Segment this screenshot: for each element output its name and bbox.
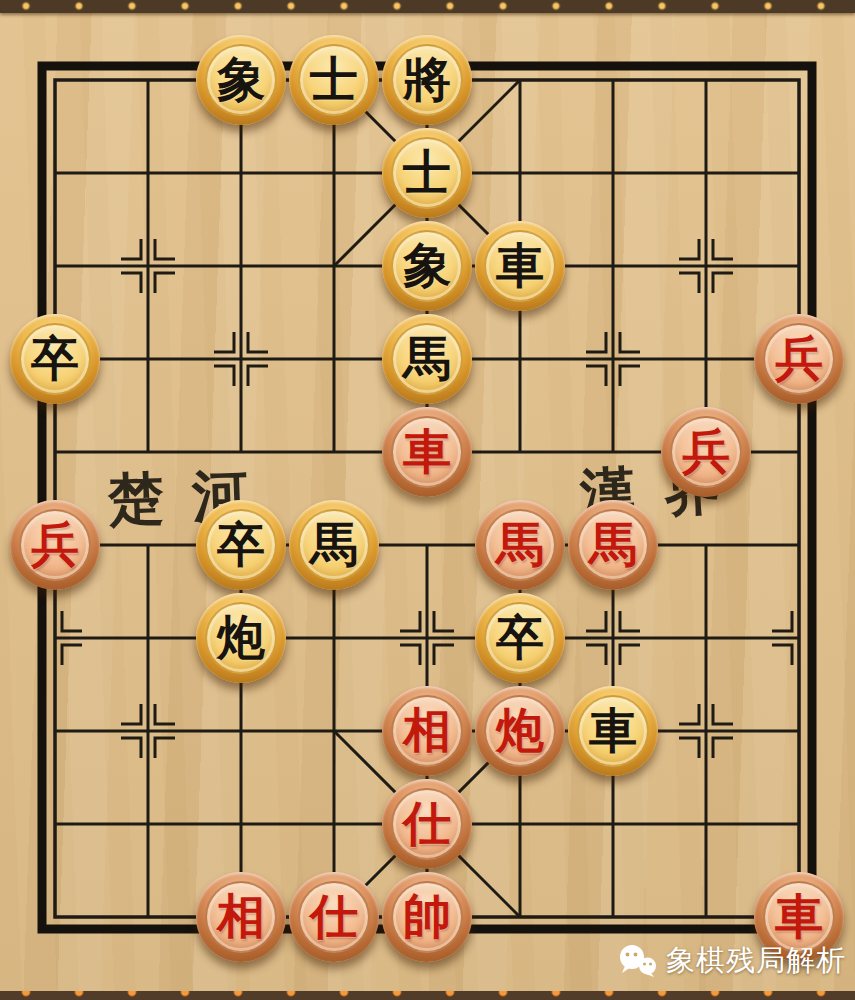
piece-face: 卒 <box>19 323 91 395</box>
piece-glyph: 士 <box>310 55 358 103</box>
piece-face: 象 <box>391 230 463 302</box>
bottom-border-strip <box>0 991 855 1000</box>
piece-glyph: 仕 <box>403 799 451 847</box>
piece-red-pawn[interactable]: 兵 <box>661 407 751 497</box>
piece-face: 士 <box>391 137 463 209</box>
piece-face: 卒 <box>484 602 556 674</box>
piece-glyph: 馬 <box>310 520 358 568</box>
piece-glyph: 馬 <box>589 520 637 568</box>
piece-glyph: 相 <box>217 892 265 940</box>
piece-face: 馬 <box>391 323 463 395</box>
piece-red-advisor[interactable]: 仕 <box>382 779 472 869</box>
piece-red-cannon[interactable]: 炮 <box>475 686 565 776</box>
piece-face: 車 <box>391 416 463 488</box>
piece-face: 帥 <box>391 881 463 953</box>
piece-black-advisor[interactable]: 士 <box>382 128 472 218</box>
piece-glyph: 兵 <box>682 427 730 475</box>
piece-black-pawn[interactable]: 卒 <box>10 314 100 404</box>
piece-glyph: 車 <box>589 706 637 754</box>
piece-glyph: 相 <box>403 706 451 754</box>
piece-black-chariot[interactable]: 車 <box>568 686 658 776</box>
piece-black-advisor[interactable]: 士 <box>289 35 379 125</box>
pieces-layer: 象士將士象車卒馬兵車兵兵卒馬馬馬炮卒相炮車仕相仕帥車 <box>0 0 855 1000</box>
piece-glyph: 馬 <box>496 520 544 568</box>
piece-glyph: 炮 <box>496 706 544 754</box>
piece-face: 象 <box>205 44 277 116</box>
piece-glyph: 兵 <box>31 520 79 568</box>
piece-red-chariot[interactable]: 車 <box>382 407 472 497</box>
piece-red-elephant[interactable]: 相 <box>196 872 286 962</box>
piece-face: 車 <box>484 230 556 302</box>
piece-black-chariot[interactable]: 車 <box>475 221 565 311</box>
piece-face: 相 <box>391 695 463 767</box>
piece-black-pawn[interactable]: 卒 <box>196 500 286 590</box>
piece-black-pawn[interactable]: 卒 <box>475 593 565 683</box>
piece-red-advisor[interactable]: 仕 <box>289 872 379 962</box>
piece-face: 將 <box>391 44 463 116</box>
wechat-icon <box>618 944 658 978</box>
piece-red-elephant[interactable]: 相 <box>382 686 472 776</box>
piece-glyph: 仕 <box>310 892 358 940</box>
piece-glyph: 兵 <box>775 334 823 382</box>
piece-red-general[interactable]: 帥 <box>382 872 472 962</box>
watermark-text: 象棋残局解析 <box>666 941 846 981</box>
piece-glyph: 馬 <box>403 334 451 382</box>
piece-face: 炮 <box>205 602 277 674</box>
piece-glyph: 帥 <box>403 892 451 940</box>
piece-glyph: 卒 <box>31 334 79 382</box>
piece-red-horse[interactable]: 馬 <box>568 500 658 590</box>
piece-glyph: 將 <box>403 55 451 103</box>
piece-glyph: 炮 <box>217 613 265 661</box>
piece-black-elephant[interactable]: 象 <box>382 221 472 311</box>
piece-face: 馬 <box>484 509 556 581</box>
piece-glyph: 車 <box>775 892 823 940</box>
piece-face: 馬 <box>577 509 649 581</box>
piece-face: 車 <box>577 695 649 767</box>
piece-face: 馬 <box>298 509 370 581</box>
piece-face: 仕 <box>298 881 370 953</box>
piece-black-horse[interactable]: 馬 <box>382 314 472 404</box>
piece-face: 仕 <box>391 788 463 860</box>
piece-black-elephant[interactable]: 象 <box>196 35 286 125</box>
xiangqi-app: 楚河 漢界 象士將士象車卒馬兵車兵兵卒馬馬馬炮卒相炮車仕相仕帥車 象棋残局解析 <box>0 0 855 1000</box>
piece-face: 炮 <box>484 695 556 767</box>
piece-glyph: 卒 <box>496 613 544 661</box>
piece-glyph: 象 <box>403 241 451 289</box>
piece-glyph: 車 <box>496 241 544 289</box>
piece-black-general[interactable]: 將 <box>382 35 472 125</box>
piece-glyph: 車 <box>403 427 451 475</box>
piece-face: 卒 <box>205 509 277 581</box>
piece-face: 相 <box>205 881 277 953</box>
piece-face: 兵 <box>763 323 835 395</box>
piece-black-cannon[interactable]: 炮 <box>196 593 286 683</box>
piece-red-pawn[interactable]: 兵 <box>10 500 100 590</box>
piece-face: 兵 <box>670 416 742 488</box>
piece-face: 士 <box>298 44 370 116</box>
piece-red-horse[interactable]: 馬 <box>475 500 565 590</box>
piece-glyph: 士 <box>403 148 451 196</box>
watermark: 象棋残局解析 <box>618 941 846 981</box>
piece-glyph: 象 <box>217 55 265 103</box>
piece-red-pawn[interactable]: 兵 <box>754 314 844 404</box>
piece-glyph: 卒 <box>217 520 265 568</box>
piece-black-horse[interactable]: 馬 <box>289 500 379 590</box>
piece-face: 兵 <box>19 509 91 581</box>
